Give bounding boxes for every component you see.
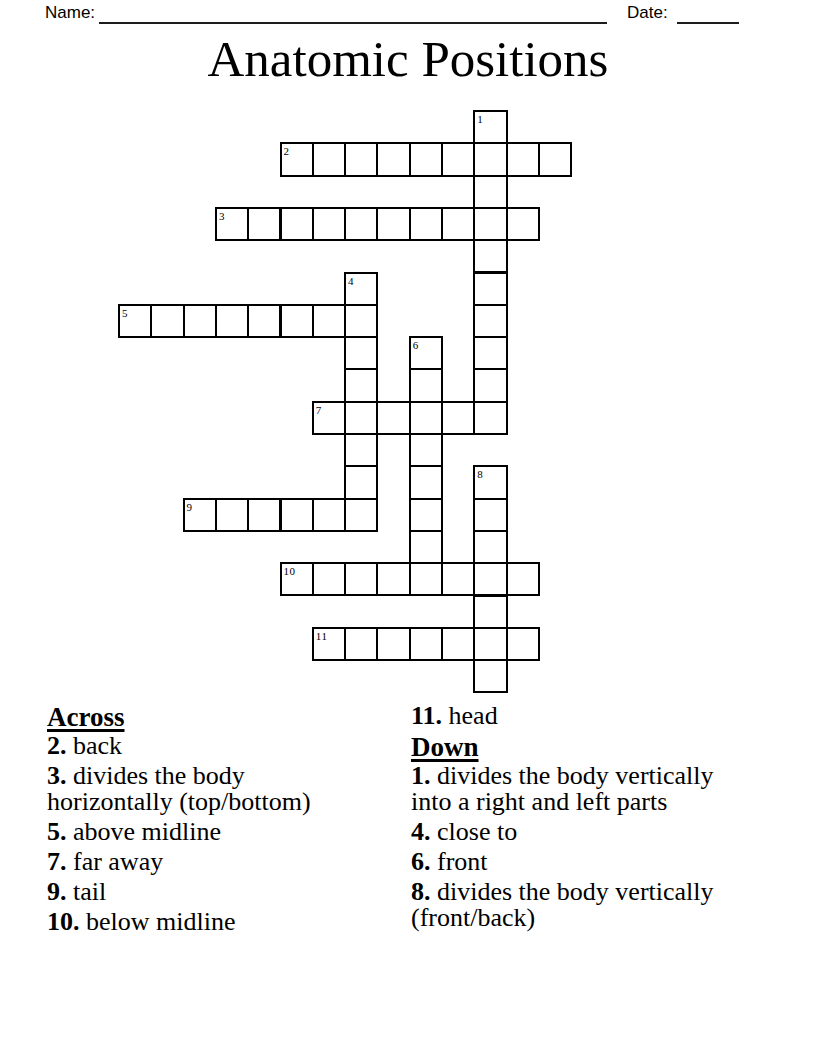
- clue-across-10: 10. below midline: [47, 909, 347, 935]
- grid-cell-r9c7[interactable]: [344, 401, 378, 435]
- clue-down-6: 6. front: [411, 849, 726, 875]
- grid-cell-r9c6[interactable]: 7: [312, 401, 346, 435]
- worksheet-page: { "game": "crossword", "title": "Anatomi…: [0, 0, 816, 1056]
- grid-cell-r16c8[interactable]: [376, 627, 410, 661]
- across-heading: Across: [47, 703, 347, 731]
- grid-cell-r6c0[interactable]: 5: [118, 304, 152, 338]
- grid-cell-r14c6[interactable]: [312, 562, 346, 596]
- down-heading: Down: [411, 733, 726, 761]
- grid-cell-r3c7[interactable]: [344, 207, 378, 241]
- grid-cell-r3c12[interactable]: [506, 207, 540, 241]
- grid-cell-r14c10[interactable]: [441, 562, 475, 596]
- grid-cell-r1c5[interactable]: 2: [280, 142, 314, 176]
- clue-number: 6.: [411, 847, 431, 876]
- cell-number-8: 8: [477, 468, 483, 480]
- grid-cell-r16c10[interactable]: [441, 627, 475, 661]
- crossword-grid: 1234567891011: [118, 110, 572, 693]
- grid-cell-r3c5[interactable]: [280, 207, 314, 241]
- cell-number-9: 9: [187, 501, 193, 513]
- grid-cell-r14c5[interactable]: 10: [280, 562, 314, 596]
- clue-down-8: 8. divides the body vertically (front/ba…: [411, 879, 726, 931]
- clue-down-1: 1. divides the body vertically into a ri…: [411, 763, 726, 815]
- grid-cell-r13c9[interactable]: [409, 530, 443, 564]
- cell-number-2: 2: [284, 145, 290, 157]
- page-title: Anatomic Positions: [0, 31, 816, 87]
- grid-cell-r1c7[interactable]: [344, 142, 378, 176]
- grid-cell-r12c9[interactable]: [409, 498, 443, 532]
- clue-number: 10.: [47, 907, 80, 936]
- grid-cell-r14c7[interactable]: [344, 562, 378, 596]
- down-clues-list: 1. divides the body vertically into a ri…: [411, 763, 726, 931]
- across-clues-overflow-list: 11. head: [411, 703, 726, 729]
- grid-cell-r1c11[interactable]: [473, 142, 507, 176]
- grid-cell-r13c11[interactable]: [473, 530, 507, 564]
- cell-number-10: 10: [284, 565, 296, 577]
- grid-cell-r7c11[interactable]: [473, 336, 507, 370]
- grid-cell-r7c9[interactable]: 6: [409, 336, 443, 370]
- cell-number-3: 3: [219, 210, 225, 222]
- grid-cell-r14c12[interactable]: [506, 562, 540, 596]
- grid-cell-r5c7[interactable]: 4: [344, 272, 378, 306]
- grid-cell-r2c11[interactable]: [473, 175, 507, 209]
- grid-cell-r11c11[interactable]: 8: [473, 465, 507, 499]
- clue-number: 5.: [47, 817, 67, 846]
- grid-cell-r12c11[interactable]: [473, 498, 507, 532]
- date-input-line[interactable]: [677, 0, 739, 24]
- name-input-line[interactable]: [99, 0, 607, 24]
- down-clues-column: 11. head Down 1. divides the body vertic…: [411, 703, 726, 935]
- grid-cell-r8c11[interactable]: [473, 368, 507, 402]
- across-clues-column: Across 2. back3. divides the body horizo…: [47, 703, 347, 939]
- grid-cell-r3c3[interactable]: 3: [215, 207, 249, 241]
- grid-cell-r1c10[interactable]: [441, 142, 475, 176]
- grid-cell-r14c8[interactable]: [376, 562, 410, 596]
- clue-across-2: 2. back: [47, 733, 347, 759]
- grid-cell-r17c11[interactable]: [473, 659, 507, 693]
- clue-across-11: 11. head: [411, 703, 726, 729]
- grid-cell-r7c7[interactable]: [344, 336, 378, 370]
- grid-cell-r9c10[interactable]: [441, 401, 475, 435]
- grid-cell-r1c9[interactable]: [409, 142, 443, 176]
- grid-cell-r1c8[interactable]: [376, 142, 410, 176]
- grid-cell-r12c6[interactable]: [312, 498, 346, 532]
- date-label: Date:: [627, 3, 668, 23]
- grid-cell-r10c9[interactable]: [409, 433, 443, 467]
- grid-cell-r11c9[interactable]: [409, 465, 443, 499]
- name-label: Name:: [45, 3, 95, 23]
- grid-cell-r4c11[interactable]: [473, 239, 507, 273]
- cell-number-1: 1: [477, 113, 483, 125]
- clue-across-9: 9. tail: [47, 879, 347, 905]
- clue-number: 2.: [47, 731, 67, 760]
- cell-number-6: 6: [413, 339, 419, 351]
- grid-cell-r14c11[interactable]: [473, 562, 507, 596]
- grid-cell-r15c11[interactable]: [473, 595, 507, 629]
- cell-number-4: 4: [348, 275, 354, 287]
- clue-number: 9.: [47, 877, 67, 906]
- grid-cell-r3c10[interactable]: [441, 207, 475, 241]
- grid-cell-r12c2[interactable]: 9: [183, 498, 217, 532]
- grid-cell-r6c4[interactable]: [247, 304, 281, 338]
- cell-number-11: 11: [316, 630, 328, 642]
- clue-number: 4.: [411, 817, 431, 846]
- grid-cell-r6c6[interactable]: [312, 304, 346, 338]
- clue-down-4: 4. close to: [411, 819, 726, 845]
- clue-number: 8.: [411, 877, 431, 906]
- grid-cell-r8c9[interactable]: [409, 368, 443, 402]
- grid-cell-r6c2[interactable]: [183, 304, 217, 338]
- clue-number: 1.: [411, 761, 431, 790]
- grid-cell-r3c9[interactable]: [409, 207, 443, 241]
- grid-cell-r16c7[interactable]: [344, 627, 378, 661]
- grid-cell-r10c7[interactable]: [344, 433, 378, 467]
- grid-cell-r1c12[interactable]: [506, 142, 540, 176]
- grid-cell-r9c9[interactable]: [409, 401, 443, 435]
- grid-cell-r0c11[interactable]: 1: [473, 110, 507, 144]
- clue-across-3: 3. divides the body horizontally (top/bo…: [47, 763, 347, 815]
- grid-cell-r14c9[interactable]: [409, 562, 443, 596]
- grid-cell-r16c9[interactable]: [409, 627, 443, 661]
- grid-cell-r12c7[interactable]: [344, 498, 378, 532]
- grid-cell-r12c4[interactable]: [247, 498, 281, 532]
- cell-number-5: 5: [122, 307, 128, 319]
- across-clues-list: 2. back3. divides the body horizontally …: [47, 733, 347, 935]
- grid-cell-r6c1[interactable]: [150, 304, 184, 338]
- grid-cell-r3c8[interactable]: [376, 207, 410, 241]
- grid-cell-r6c5[interactable]: [280, 304, 314, 338]
- grid-cell-r3c4[interactable]: [247, 207, 281, 241]
- grid-cell-r6c7[interactable]: [344, 304, 378, 338]
- grid-cell-r11c7[interactable]: [344, 465, 378, 499]
- grid-cell-r3c6[interactable]: [312, 207, 346, 241]
- grid-cell-r12c3[interactable]: [215, 498, 249, 532]
- grid-cell-r1c13[interactable]: [538, 142, 572, 176]
- grid-cell-r16c6[interactable]: 11: [312, 627, 346, 661]
- grid-cell-r8c7[interactable]: [344, 368, 378, 402]
- grid-cell-r16c12[interactable]: [506, 627, 540, 661]
- clue-across-7: 7. far away: [47, 849, 347, 875]
- grid-cell-r12c5[interactable]: [280, 498, 314, 532]
- grid-cell-r6c3[interactable]: [215, 304, 249, 338]
- clue-number: 7.: [47, 847, 67, 876]
- grid-cell-r9c11[interactable]: [473, 401, 507, 435]
- grid-cell-r6c11[interactable]: [473, 304, 507, 338]
- grid-cell-r1c6[interactable]: [312, 142, 346, 176]
- cell-number-7: 7: [316, 404, 322, 416]
- grid-cell-r9c8[interactable]: [376, 401, 410, 435]
- clue-number: 11.: [411, 701, 442, 730]
- grid-cell-r16c11[interactable]: [473, 627, 507, 661]
- clue-across-5: 5. above midline: [47, 819, 347, 845]
- grid-cell-r3c11[interactable]: [473, 207, 507, 241]
- clue-number: 3.: [47, 761, 67, 790]
- grid-cell-r5c11[interactable]: [473, 272, 507, 306]
